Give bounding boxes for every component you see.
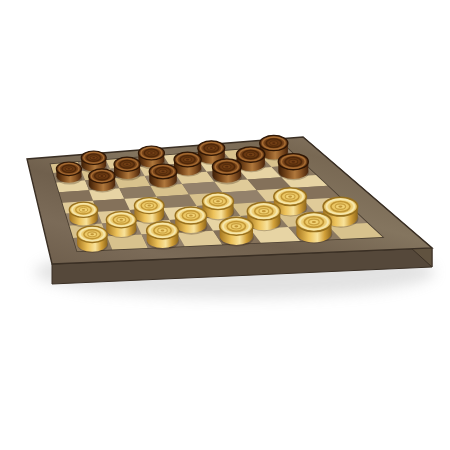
square <box>59 190 93 203</box>
piece-dark <box>149 164 177 189</box>
piece-dark <box>89 169 116 193</box>
piece-light <box>134 198 164 224</box>
piece-dark <box>278 154 309 181</box>
piece-light <box>77 226 108 253</box>
piece-dark <box>56 162 82 185</box>
piece-light <box>175 207 207 235</box>
product-photo <box>0 0 450 450</box>
piece-light <box>106 212 137 239</box>
checkers-board <box>0 0 450 450</box>
piece-light <box>296 213 332 244</box>
board-svg <box>0 0 450 450</box>
square <box>93 199 130 212</box>
square <box>119 186 156 199</box>
piece-dark <box>114 157 141 180</box>
piece-light <box>147 222 180 250</box>
piece-dark <box>174 152 202 176</box>
piece-light <box>203 193 235 221</box>
piece-dark <box>212 159 242 185</box>
piece-light <box>220 217 254 246</box>
piece-light <box>69 202 98 227</box>
